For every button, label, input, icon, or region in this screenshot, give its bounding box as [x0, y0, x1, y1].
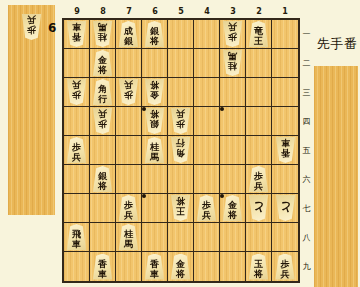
gote-piece-歩兵[interactable]: 歩兵 [66, 79, 87, 105]
square-5二[interactable] [168, 49, 194, 78]
square-6四[interactable]: 銀将 [142, 107, 168, 136]
square-7一[interactable]: 成銀 [116, 20, 142, 49]
gote-piece-桂馬[interactable]: 桂馬 [92, 21, 113, 47]
square-7五[interactable] [116, 136, 142, 165]
square-4七[interactable]: 歩兵 [194, 194, 220, 223]
square-2一[interactable]: 竜王 [246, 20, 272, 49]
sente-hand-tray[interactable] [314, 66, 358, 287]
square-6三[interactable]: 金将 [142, 78, 168, 107]
square-2四[interactable] [246, 107, 272, 136]
gote-hand-tray[interactable]: 歩兵 6 [8, 5, 55, 215]
square-3六[interactable] [220, 165, 246, 194]
sente-piece-飛車[interactable]: 飛車 [66, 224, 87, 250]
gote-piece-歩兵[interactable]: 歩兵 [92, 108, 113, 134]
square-7九[interactable] [116, 252, 142, 281]
square-2六[interactable]: 歩兵 [246, 165, 272, 194]
square-8九[interactable]: 香車 [90, 252, 116, 281]
square-5一[interactable] [168, 20, 194, 49]
square-8五[interactable] [90, 136, 116, 165]
square-5四[interactable]: 歩兵 [168, 107, 194, 136]
row-label-5: 五 [301, 136, 312, 165]
sente-piece-桂馬[interactable]: 桂馬 [118, 224, 139, 250]
sente-piece-成銀[interactable]: 成銀 [118, 21, 139, 47]
sente-piece-桂馬[interactable]: 桂馬 [144, 137, 165, 163]
square-5八[interactable] [168, 223, 194, 252]
square-4六[interactable] [194, 165, 220, 194]
square-3七[interactable]: 金将 [220, 194, 246, 223]
square-3八[interactable] [220, 223, 246, 252]
square-2二[interactable] [246, 49, 272, 78]
square-2三[interactable] [246, 78, 272, 107]
square-3五[interactable] [220, 136, 246, 165]
star-point [142, 107, 146, 111]
sente-piece-歩兵[interactable]: 歩兵 [248, 166, 269, 192]
column-label-8: 8 [90, 7, 116, 17]
square-3九[interactable] [220, 252, 246, 281]
square-8七[interactable] [90, 194, 116, 223]
square-1一[interactable] [272, 20, 298, 49]
square-9九[interactable] [64, 252, 90, 281]
square-3一[interactable]: 歩兵 [220, 20, 246, 49]
gote-piece-桂馬[interactable]: 桂馬 [222, 50, 243, 76]
row-label-3: 三 [301, 78, 312, 107]
sente-piece-歩兵[interactable]: 歩兵 [66, 137, 87, 163]
row-label-1: 一 [301, 20, 312, 49]
square-4二[interactable] [194, 49, 220, 78]
square-7六[interactable] [116, 165, 142, 194]
square-1八[interactable] [272, 223, 298, 252]
square-8一[interactable]: 桂馬 [90, 20, 116, 49]
row-label-4: 四 [301, 107, 312, 136]
gote-hand-pawn-count: 6 [48, 21, 56, 35]
column-label-1: 1 [272, 7, 298, 17]
square-4八[interactable] [194, 223, 220, 252]
square-6六[interactable] [142, 165, 168, 194]
row-labels: 一二三四五六七八九 [301, 20, 312, 281]
sente-piece-歩兵[interactable]: 歩兵 [275, 254, 296, 280]
square-4五[interactable] [194, 136, 220, 165]
gote-piece-銀将[interactable]: 銀将 [144, 108, 165, 134]
gote-piece-歩兵[interactable]: 歩兵 [118, 79, 139, 105]
column-label-2: 2 [246, 7, 272, 17]
turn-indicator: 先手番 [314, 35, 360, 53]
square-4九[interactable] [194, 252, 220, 281]
sente-piece-香車[interactable]: 香車 [92, 254, 113, 280]
square-9一[interactable]: 香車 [64, 20, 90, 49]
square-4一[interactable] [194, 20, 220, 49]
gote-piece-歩兵[interactable]: 歩兵 [170, 108, 191, 134]
sente-piece-歩兵[interactable]: 歩兵 [196, 195, 217, 221]
square-1四[interactable] [272, 107, 298, 136]
row-label-8: 八 [301, 223, 312, 252]
square-9六[interactable] [64, 165, 90, 194]
square-6七[interactable] [142, 194, 168, 223]
sente-piece-銀将[interactable]: 銀将 [144, 21, 165, 47]
sente-piece-銀将[interactable]: 銀将 [92, 166, 113, 192]
star-point [220, 107, 224, 111]
square-9八[interactable]: 飛車 [64, 223, 90, 252]
gote-piece-金将[interactable]: 金将 [144, 79, 165, 105]
square-5三[interactable] [168, 78, 194, 107]
square-7三[interactable]: 歩兵 [116, 78, 142, 107]
square-8二[interactable]: 金将 [90, 49, 116, 78]
square-2八[interactable] [246, 223, 272, 252]
square-7七[interactable]: 歩兵 [116, 194, 142, 223]
square-7四[interactable] [116, 107, 142, 136]
column-label-6: 6 [142, 7, 168, 17]
square-2五[interactable] [246, 136, 272, 165]
gote-piece-香車[interactable]: 香車 [275, 137, 296, 163]
square-1九[interactable]: 歩兵 [272, 252, 298, 281]
sente-piece-角行[interactable]: 角行 [92, 79, 113, 105]
square-8六[interactable]: 銀将 [90, 165, 116, 194]
gote-piece-王将[interactable]: 王将 [170, 195, 191, 221]
square-3四[interactable] [220, 107, 246, 136]
square-8四[interactable]: 歩兵 [90, 107, 116, 136]
square-1六[interactable] [272, 165, 298, 194]
column-label-4: 4 [194, 7, 220, 17]
square-8三[interactable]: 角行 [90, 78, 116, 107]
gote-piece-歩兵[interactable]: 歩兵 [222, 21, 243, 47]
sente-piece-竜王[interactable]: 竜王 [248, 21, 269, 47]
square-9三[interactable]: 歩兵 [64, 78, 90, 107]
star-point [142, 194, 146, 198]
square-6五[interactable]: 桂馬 [142, 136, 168, 165]
square-7八[interactable]: 桂馬 [116, 223, 142, 252]
square-8八[interactable] [90, 223, 116, 252]
square-2九[interactable]: 玉将 [246, 252, 272, 281]
sente-piece-玉将[interactable]: 玉将 [248, 254, 269, 280]
column-labels: 987654321 [64, 7, 298, 17]
square-6九[interactable]: 香車 [142, 252, 168, 281]
sente-piece-歩兵[interactable]: 歩兵 [118, 195, 139, 221]
square-3二[interactable]: 桂馬 [220, 49, 246, 78]
square-5六[interactable] [168, 165, 194, 194]
gote-hand-pawn[interactable]: 歩兵 [21, 14, 42, 40]
square-6二[interactable] [142, 49, 168, 78]
square-9七[interactable] [64, 194, 90, 223]
square-9二[interactable] [64, 49, 90, 78]
square-1五[interactable]: 香車 [272, 136, 298, 165]
square-4三[interactable] [194, 78, 220, 107]
star-point [220, 194, 224, 198]
gote-piece-角行[interactable]: 角行 [170, 137, 191, 163]
square-1三[interactable] [272, 78, 298, 107]
square-3三[interactable] [220, 78, 246, 107]
column-label-7: 7 [116, 7, 142, 17]
square-5五[interactable]: 角行 [168, 136, 194, 165]
square-6八[interactable] [142, 223, 168, 252]
square-5七[interactable]: 王将 [168, 194, 194, 223]
column-label-3: 3 [220, 7, 246, 17]
column-label-9: 9 [64, 7, 90, 17]
shogi-board: 香車桂馬成銀銀将歩兵竜王金将桂馬歩兵角行歩兵金将歩兵銀将歩兵歩兵桂馬角行香車銀将… [62, 18, 300, 283]
gote-piece-と[interactable]: と [275, 195, 296, 221]
row-label-7: 七 [301, 194, 312, 223]
gote-piece-歩兵[interactable]: 歩兵 [21, 14, 42, 40]
square-6一[interactable]: 銀将 [142, 20, 168, 49]
square-1二[interactable] [272, 49, 298, 78]
sente-piece-香車[interactable]: 香車 [144, 254, 165, 280]
gote-piece-香車[interactable]: 香車 [66, 21, 87, 47]
square-1七[interactable]: と [272, 194, 298, 223]
sente-piece-金将[interactable]: 金将 [170, 254, 191, 280]
square-9四[interactable] [64, 107, 90, 136]
row-label-6: 六 [301, 165, 312, 194]
sente-piece-金将[interactable]: 金将 [92, 50, 113, 76]
square-9五[interactable]: 歩兵 [64, 136, 90, 165]
row-label-2: 二 [301, 49, 312, 78]
square-4四[interactable] [194, 107, 220, 136]
square-7二[interactable] [116, 49, 142, 78]
gote-piece-と[interactable]: と [248, 195, 269, 221]
square-2七[interactable]: と [246, 194, 272, 223]
row-label-9: 九 [301, 252, 312, 281]
column-label-5: 5 [168, 7, 194, 17]
square-5九[interactable]: 金将 [168, 252, 194, 281]
sente-piece-金将[interactable]: 金将 [222, 195, 243, 221]
